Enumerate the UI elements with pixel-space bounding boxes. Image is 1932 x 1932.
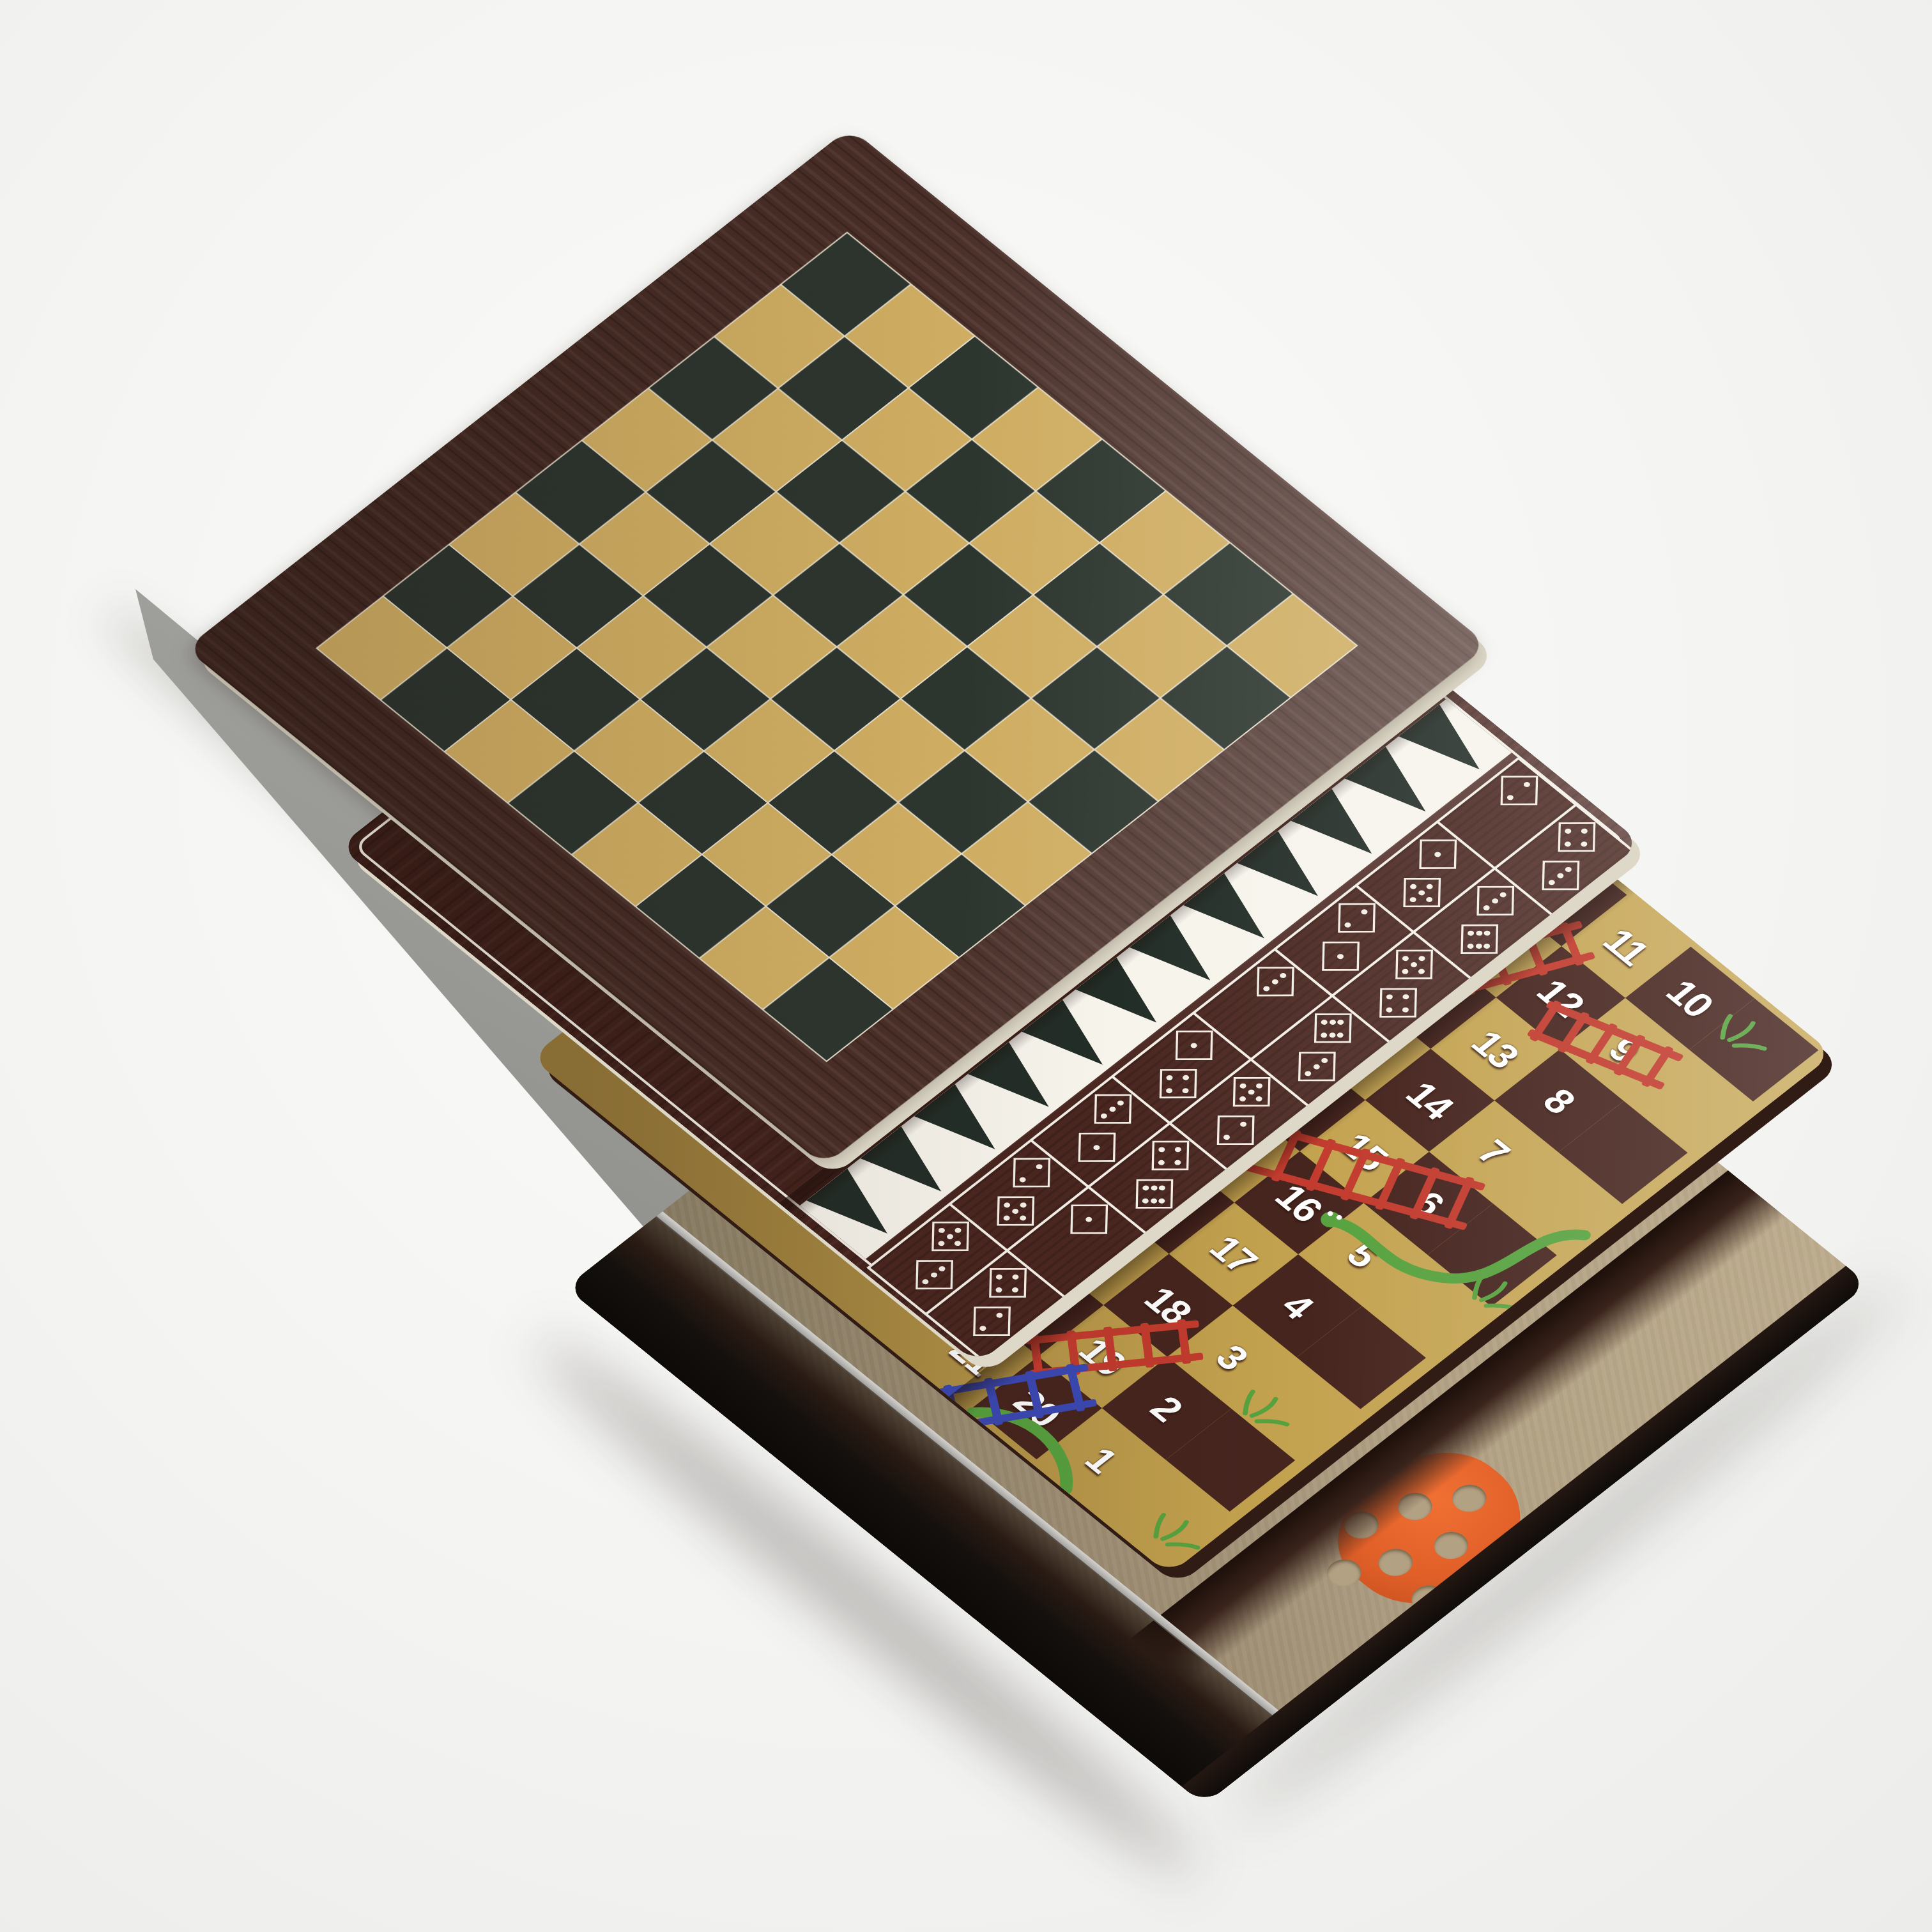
die-pip xyxy=(1419,955,1425,960)
die-pip xyxy=(1492,898,1498,903)
die-pip xyxy=(1013,1274,1019,1279)
die-pip xyxy=(1321,1032,1327,1038)
die-pip xyxy=(1280,972,1287,977)
die-pip xyxy=(1418,969,1425,974)
grass-icon xyxy=(1236,1386,1298,1436)
die-pip xyxy=(1402,955,1409,960)
die-pip xyxy=(1305,1071,1312,1076)
die-4-icon xyxy=(1558,822,1595,852)
die-pip xyxy=(1337,954,1344,960)
die-pip xyxy=(1557,873,1563,878)
die-2-icon xyxy=(1338,903,1376,932)
grass-icon xyxy=(1713,1011,1775,1060)
die-pip xyxy=(1256,1083,1262,1088)
die-pip xyxy=(1159,1147,1165,1152)
die-pip xyxy=(955,1227,962,1232)
grass-icon xyxy=(1146,1510,1208,1559)
die-pip xyxy=(1565,841,1571,846)
die-pip xyxy=(1175,1160,1181,1165)
die-pip xyxy=(939,1266,946,1271)
die-pip xyxy=(947,1234,953,1239)
die-pip xyxy=(1427,897,1433,902)
die-2-icon xyxy=(1217,1115,1255,1145)
die-pip xyxy=(1402,969,1409,974)
die-pip xyxy=(1240,1083,1246,1088)
die-pip xyxy=(1167,1075,1173,1080)
die-pip xyxy=(1361,909,1368,914)
die-6-icon xyxy=(1314,1013,1352,1043)
die-pip xyxy=(1167,1088,1173,1093)
die-5-icon xyxy=(997,1197,1034,1226)
die-pip xyxy=(939,1227,945,1232)
die-pip xyxy=(1337,1019,1344,1024)
die-2-icon xyxy=(973,1307,1011,1337)
die-1-icon xyxy=(1070,1204,1108,1234)
die-pip xyxy=(1468,944,1474,949)
die-pip xyxy=(1483,905,1490,910)
die-3-icon xyxy=(1298,1052,1336,1082)
die-pip xyxy=(1330,1019,1336,1024)
die-pip xyxy=(996,1287,1002,1292)
die-5-icon xyxy=(931,1222,969,1251)
die-pip xyxy=(931,1273,937,1278)
die-pip xyxy=(1183,1088,1189,1093)
die-pip xyxy=(1012,1209,1018,1214)
die-pip xyxy=(1256,1096,1262,1101)
die-pip xyxy=(1020,1216,1027,1221)
die-pip xyxy=(1143,1186,1149,1191)
die-pip xyxy=(1109,1107,1115,1112)
die-pip xyxy=(1004,1216,1010,1221)
die-pip xyxy=(1565,867,1572,872)
die-pip xyxy=(1484,944,1491,949)
die-pip xyxy=(1549,880,1555,885)
die-pip xyxy=(1239,1096,1246,1101)
die-pip xyxy=(1159,1199,1165,1204)
die-pip xyxy=(1500,892,1506,897)
die-6-icon xyxy=(1136,1179,1174,1209)
die-pip xyxy=(1411,962,1417,967)
die-pip xyxy=(1142,1199,1149,1204)
die-pip xyxy=(1158,1160,1165,1165)
die-pip xyxy=(1581,828,1588,833)
die-pip xyxy=(1151,1186,1158,1191)
product-photo-scene: { "game": "multi-game box set: chess/che… xyxy=(0,0,1932,1932)
die-pip xyxy=(1410,897,1416,902)
die-pip xyxy=(923,1279,929,1284)
die-pip xyxy=(1418,891,1425,896)
die-pip xyxy=(1476,931,1482,936)
die-pip xyxy=(1434,852,1441,857)
die-pip xyxy=(954,1240,961,1245)
die-1-icon xyxy=(1176,1031,1213,1060)
die-pip xyxy=(1524,781,1530,786)
die-pip xyxy=(1190,1043,1197,1048)
die-5-icon xyxy=(1403,878,1441,907)
die-pip xyxy=(939,1240,945,1245)
die-1-icon xyxy=(1322,942,1360,971)
die-pip xyxy=(1345,922,1351,927)
die-pip xyxy=(1241,1122,1247,1127)
die-pip xyxy=(980,1326,986,1331)
die-1-icon xyxy=(1419,839,1457,869)
die-pip xyxy=(1263,986,1269,991)
die-pip xyxy=(1248,1089,1254,1094)
die-5-icon xyxy=(1395,949,1433,979)
die-pip xyxy=(1386,994,1393,999)
die-pip xyxy=(1321,1019,1328,1024)
die-pip xyxy=(1020,1202,1027,1207)
die-pip xyxy=(1036,1163,1043,1169)
die-pip xyxy=(1411,884,1417,889)
die-pip xyxy=(1314,1064,1320,1069)
die-pip xyxy=(1093,1146,1100,1151)
die-pip xyxy=(1012,1287,1018,1292)
die-pip xyxy=(1427,884,1433,889)
die-4-icon xyxy=(1379,988,1417,1018)
die-3-icon xyxy=(1257,967,1294,996)
die-6-icon xyxy=(1460,924,1498,954)
die-pip xyxy=(1507,795,1514,800)
die-3-icon xyxy=(1476,885,1514,915)
die-pip xyxy=(1151,1199,1157,1204)
die-pip xyxy=(1224,1135,1230,1140)
die-pip xyxy=(1484,931,1491,936)
die-pip xyxy=(1272,979,1278,984)
die-pip xyxy=(1004,1202,1011,1207)
die-pip xyxy=(1175,1147,1181,1152)
die-2-icon xyxy=(1500,776,1538,805)
die-1-icon xyxy=(1078,1133,1116,1162)
die-4-icon xyxy=(1151,1140,1189,1170)
die-pip xyxy=(1468,931,1475,936)
die-pip xyxy=(1159,1185,1165,1190)
die-pip xyxy=(1402,1008,1409,1013)
die-pip xyxy=(1117,1100,1124,1105)
die-pip xyxy=(1337,1032,1344,1037)
die-pip xyxy=(997,1313,1003,1318)
die-pip xyxy=(1322,1058,1328,1063)
die-5-icon xyxy=(1233,1077,1271,1106)
die-pip xyxy=(996,1274,1002,1279)
die-pip xyxy=(1329,1032,1335,1037)
red-ladder-icon xyxy=(1525,999,1685,1092)
die-3-icon xyxy=(1542,861,1580,891)
die-pip xyxy=(1386,1008,1393,1013)
die-pip xyxy=(1581,841,1588,846)
die-pip xyxy=(1183,1075,1190,1080)
die-pip xyxy=(1403,994,1409,999)
die-3-icon xyxy=(1094,1094,1131,1123)
die-3-icon xyxy=(916,1261,953,1290)
die-pip xyxy=(1085,1216,1092,1222)
die-pip xyxy=(1476,944,1482,949)
die-pip xyxy=(1101,1113,1107,1118)
die-4-icon xyxy=(989,1268,1027,1298)
die-2-icon xyxy=(1013,1158,1050,1187)
die-pip xyxy=(1020,1177,1026,1182)
die-4-icon xyxy=(1160,1069,1197,1099)
die-pip xyxy=(1565,828,1572,833)
